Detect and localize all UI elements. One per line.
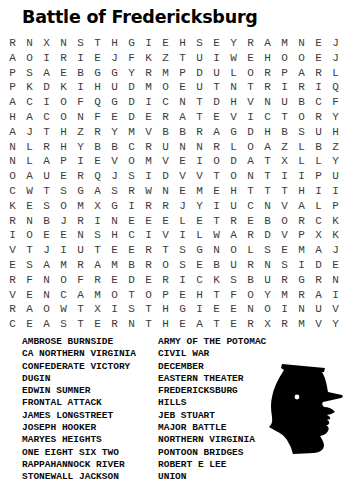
- grid-cell[interactable]: X: [89, 199, 106, 214]
- grid-cell[interactable]: K: [4, 199, 21, 214]
- grid-cell[interactable]: S: [72, 36, 89, 51]
- grid-cell[interactable]: S: [21, 258, 38, 273]
- grid-cell[interactable]: L: [327, 66, 344, 81]
- grid-cell[interactable]: U: [38, 169, 55, 184]
- grid-cell[interactable]: O: [140, 288, 157, 303]
- grid-cell[interactable]: R: [242, 36, 259, 51]
- grid-cell[interactable]: R: [55, 51, 72, 66]
- grid-cell[interactable]: H: [4, 110, 21, 125]
- grid-cell[interactable]: L: [225, 66, 242, 81]
- grid-cell[interactable]: N: [225, 80, 242, 95]
- grid-cell[interactable]: H: [191, 288, 208, 303]
- grid-cell[interactable]: J: [327, 51, 344, 66]
- grid-cell[interactable]: A: [4, 51, 21, 66]
- grid-cell[interactable]: U: [327, 169, 344, 184]
- grid-cell[interactable]: G: [106, 199, 123, 214]
- grid-cell[interactable]: O: [293, 110, 310, 125]
- grid-cell[interactable]: L: [293, 140, 310, 155]
- grid-cell[interactable]: I: [38, 51, 55, 66]
- grid-cell[interactable]: I: [89, 214, 106, 229]
- grid-cell[interactable]: X: [276, 154, 293, 169]
- grid-cell[interactable]: Z: [327, 140, 344, 155]
- grid-cell[interactable]: C: [123, 228, 140, 243]
- grid-cell[interactable]: W: [208, 228, 225, 243]
- grid-cell[interactable]: T: [259, 169, 276, 184]
- grid-cell[interactable]: R: [4, 214, 21, 229]
- grid-cell[interactable]: V: [310, 317, 327, 332]
- grid-cell[interactable]: B: [72, 66, 89, 81]
- grid-cell[interactable]: O: [293, 51, 310, 66]
- grid-cell[interactable]: R: [72, 214, 89, 229]
- grid-cell[interactable]: E: [208, 110, 225, 125]
- grid-cell[interactable]: D: [157, 169, 174, 184]
- grid-cell[interactable]: A: [38, 154, 55, 169]
- grid-cell[interactable]: H: [225, 184, 242, 199]
- grid-cell[interactable]: Y: [327, 317, 344, 332]
- grid-cell[interactable]: E: [191, 258, 208, 273]
- grid-cell[interactable]: E: [21, 199, 38, 214]
- grid-cell[interactable]: S: [21, 66, 38, 81]
- grid-cell[interactable]: F: [225, 288, 242, 303]
- grid-cell[interactable]: R: [140, 199, 157, 214]
- grid-cell[interactable]: D: [123, 80, 140, 95]
- grid-cell[interactable]: I: [208, 51, 225, 66]
- grid-cell[interactable]: S: [55, 184, 72, 199]
- grid-cell[interactable]: M: [293, 317, 310, 332]
- grid-cell[interactable]: I: [55, 243, 72, 258]
- grid-cell[interactable]: R: [140, 258, 157, 273]
- grid-cell[interactable]: E: [276, 243, 293, 258]
- grid-cell[interactable]: B: [157, 125, 174, 140]
- grid-cell[interactable]: W: [21, 184, 38, 199]
- grid-cell[interactable]: N: [242, 302, 259, 317]
- grid-cell[interactable]: I: [208, 199, 225, 214]
- grid-cell[interactable]: T: [208, 80, 225, 95]
- grid-cell[interactable]: A: [191, 317, 208, 332]
- grid-cell[interactable]: T: [157, 243, 174, 258]
- grid-cell[interactable]: T: [89, 36, 106, 51]
- grid-cell[interactable]: J: [21, 125, 38, 140]
- grid-cell[interactable]: I: [310, 184, 327, 199]
- grid-cell[interactable]: F: [72, 95, 89, 110]
- grid-cell[interactable]: S: [174, 258, 191, 273]
- grid-cell[interactable]: L: [293, 154, 310, 169]
- grid-cell[interactable]: S: [276, 258, 293, 273]
- grid-cell[interactable]: T: [276, 184, 293, 199]
- grid-cell[interactable]: V: [276, 228, 293, 243]
- grid-cell[interactable]: H: [327, 125, 344, 140]
- grid-cell[interactable]: A: [21, 110, 38, 125]
- grid-cell[interactable]: I: [174, 228, 191, 243]
- grid-cell[interactable]: T: [72, 302, 89, 317]
- grid-cell[interactable]: C: [191, 273, 208, 288]
- grid-cell[interactable]: M: [276, 288, 293, 303]
- grid-cell[interactable]: E: [55, 169, 72, 184]
- grid-cell[interactable]: Y: [259, 288, 276, 303]
- grid-cell[interactable]: T: [21, 243, 38, 258]
- grid-cell[interactable]: C: [123, 140, 140, 155]
- grid-cell[interactable]: C: [21, 95, 38, 110]
- grid-cell[interactable]: R: [242, 258, 259, 273]
- grid-cell[interactable]: T: [208, 214, 225, 229]
- grid-cell[interactable]: R: [4, 273, 21, 288]
- grid-cell[interactable]: C: [4, 317, 21, 332]
- grid-cell[interactable]: P: [293, 228, 310, 243]
- grid-cell[interactable]: C: [259, 110, 276, 125]
- grid-cell[interactable]: J: [55, 214, 72, 229]
- grid-cell[interactable]: I: [310, 80, 327, 95]
- grid-cell[interactable]: H: [157, 302, 174, 317]
- grid-cell[interactable]: Y: [327, 110, 344, 125]
- grid-cell[interactable]: U: [259, 273, 276, 288]
- grid-cell[interactable]: R: [140, 243, 157, 258]
- grid-cell[interactable]: O: [259, 302, 276, 317]
- grid-cell[interactable]: T: [242, 184, 259, 199]
- grid-cell[interactable]: E: [242, 51, 259, 66]
- grid-cell[interactable]: Y: [225, 36, 242, 51]
- grid-cell[interactable]: F: [327, 95, 344, 110]
- grid-cell[interactable]: E: [106, 110, 123, 125]
- grid-cell[interactable]: G: [72, 184, 89, 199]
- grid-cell[interactable]: V: [157, 228, 174, 243]
- grid-cell[interactable]: I: [72, 80, 89, 95]
- grid-cell[interactable]: I: [293, 258, 310, 273]
- grid-cell[interactable]: I: [72, 154, 89, 169]
- grid-cell[interactable]: J: [38, 243, 55, 258]
- grid-cell[interactable]: O: [55, 273, 72, 288]
- grid-cell[interactable]: R: [242, 317, 259, 332]
- grid-cell[interactable]: R: [157, 199, 174, 214]
- grid-cell[interactable]: L: [21, 140, 38, 155]
- grid-cell[interactable]: B: [259, 214, 276, 229]
- grid-cell[interactable]: E: [89, 51, 106, 66]
- grid-cell[interactable]: W: [140, 184, 157, 199]
- grid-cell[interactable]: N: [293, 302, 310, 317]
- grid-cell[interactable]: X: [89, 302, 106, 317]
- grid-cell[interactable]: F: [89, 110, 106, 125]
- grid-cell[interactable]: W: [55, 302, 72, 317]
- grid-cell[interactable]: C: [310, 214, 327, 229]
- grid-cell[interactable]: P: [276, 66, 293, 81]
- grid-cell[interactable]: E: [21, 288, 38, 303]
- grid-cell[interactable]: E: [191, 214, 208, 229]
- grid-cell[interactable]: B: [293, 95, 310, 110]
- grid-cell[interactable]: S: [38, 199, 55, 214]
- grid-cell[interactable]: N: [174, 95, 191, 110]
- grid-cell[interactable]: L: [21, 154, 38, 169]
- grid-cell[interactable]: I: [140, 36, 157, 51]
- grid-cell[interactable]: S: [123, 302, 140, 317]
- grid-cell[interactable]: K: [208, 273, 225, 288]
- grid-cell[interactable]: B: [89, 140, 106, 155]
- grid-cell[interactable]: I: [276, 80, 293, 95]
- grid-cell[interactable]: G: [106, 66, 123, 81]
- grid-cell[interactable]: M: [276, 36, 293, 51]
- grid-cell[interactable]: O: [276, 51, 293, 66]
- grid-cell[interactable]: D: [123, 95, 140, 110]
- grid-cell[interactable]: U: [225, 258, 242, 273]
- grid-cell[interactable]: N: [123, 317, 140, 332]
- grid-cell[interactable]: R: [72, 258, 89, 273]
- grid-cell[interactable]: E: [174, 154, 191, 169]
- grid-cell[interactable]: V: [276, 199, 293, 214]
- grid-cell[interactable]: K: [21, 80, 38, 95]
- grid-cell[interactable]: L: [174, 214, 191, 229]
- grid-cell[interactable]: I: [38, 95, 55, 110]
- grid-cell[interactable]: J: [327, 243, 344, 258]
- grid-cell[interactable]: R: [310, 110, 327, 125]
- grid-cell[interactable]: J: [174, 199, 191, 214]
- grid-cell[interactable]: O: [4, 169, 21, 184]
- grid-cell[interactable]: E: [208, 36, 225, 51]
- grid-cell[interactable]: R: [225, 214, 242, 229]
- grid-cell[interactable]: F: [123, 51, 140, 66]
- grid-cell[interactable]: D: [242, 125, 259, 140]
- grid-cell[interactable]: E: [140, 273, 157, 288]
- grid-cell[interactable]: Z: [276, 140, 293, 155]
- grid-cell[interactable]: R: [293, 288, 310, 303]
- grid-cell[interactable]: O: [55, 110, 72, 125]
- grid-cell[interactable]: E: [310, 36, 327, 51]
- grid-cell[interactable]: N: [38, 273, 55, 288]
- grid-cell[interactable]: C: [157, 95, 174, 110]
- grid-cell[interactable]: G: [293, 273, 310, 288]
- grid-cell[interactable]: R: [140, 66, 157, 81]
- grid-cell[interactable]: O: [242, 140, 259, 155]
- grid-cell[interactable]: R: [123, 184, 140, 199]
- grid-cell[interactable]: N: [191, 140, 208, 155]
- grid-cell[interactable]: M: [106, 258, 123, 273]
- grid-cell[interactable]: R: [140, 140, 157, 155]
- grid-cell[interactable]: S: [293, 125, 310, 140]
- grid-cell[interactable]: M: [157, 66, 174, 81]
- grid-cell[interactable]: V: [140, 125, 157, 140]
- grid-cell[interactable]: T: [38, 125, 55, 140]
- grid-cell[interactable]: N: [259, 95, 276, 110]
- grid-cell[interactable]: N: [208, 243, 225, 258]
- grid-cell[interactable]: O: [242, 66, 259, 81]
- grid-cell[interactable]: I: [276, 302, 293, 317]
- grid-cell[interactable]: E: [157, 214, 174, 229]
- grid-cell[interactable]: B: [310, 140, 327, 155]
- grid-cell[interactable]: A: [89, 184, 106, 199]
- grid-cell[interactable]: R: [276, 317, 293, 332]
- grid-cell[interactable]: E: [89, 317, 106, 332]
- grid-cell[interactable]: T: [38, 184, 55, 199]
- grid-cell[interactable]: H: [106, 36, 123, 51]
- grid-cell[interactable]: E: [21, 317, 38, 332]
- grid-cell[interactable]: H: [55, 140, 72, 155]
- grid-cell[interactable]: A: [89, 258, 106, 273]
- grid-cell[interactable]: E: [174, 184, 191, 199]
- grid-cell[interactable]: G: [89, 66, 106, 81]
- grid-cell[interactable]: U: [310, 302, 327, 317]
- grid-cell[interactable]: U: [225, 199, 242, 214]
- grid-cell[interactable]: P: [310, 169, 327, 184]
- grid-cell[interactable]: O: [225, 243, 242, 258]
- grid-cell[interactable]: P: [4, 66, 21, 81]
- grid-cell[interactable]: R: [106, 317, 123, 332]
- grid-cell[interactable]: N: [157, 184, 174, 199]
- grid-cell[interactable]: S: [89, 228, 106, 243]
- grid-cell[interactable]: M: [191, 184, 208, 199]
- grid-cell[interactable]: R: [276, 273, 293, 288]
- grid-cell[interactable]: N: [72, 228, 89, 243]
- grid-cell[interactable]: W: [225, 51, 242, 66]
- grid-cell[interactable]: Y: [72, 140, 89, 155]
- grid-cell[interactable]: Y: [327, 154, 344, 169]
- grid-cell[interactable]: V: [4, 243, 21, 258]
- grid-cell[interactable]: E: [140, 110, 157, 125]
- grid-cell[interactable]: T: [191, 95, 208, 110]
- grid-cell[interactable]: M: [72, 199, 89, 214]
- grid-cell[interactable]: O: [225, 169, 242, 184]
- grid-cell[interactable]: B: [174, 125, 191, 140]
- grid-cell[interactable]: O: [21, 51, 38, 66]
- grid-cell[interactable]: U: [276, 95, 293, 110]
- grid-cell[interactable]: P: [55, 154, 72, 169]
- grid-cell[interactable]: G: [123, 36, 140, 51]
- grid-cell[interactable]: E: [89, 154, 106, 169]
- grid-cell[interactable]: A: [208, 125, 225, 140]
- grid-cell[interactable]: R: [4, 36, 21, 51]
- grid-cell[interactable]: O: [55, 199, 72, 214]
- grid-cell[interactable]: S: [174, 243, 191, 258]
- grid-cell[interactable]: R: [157, 273, 174, 288]
- grid-cell[interactable]: E: [208, 302, 225, 317]
- grid-cell[interactable]: T: [89, 243, 106, 258]
- grid-cell[interactable]: V: [157, 154, 174, 169]
- grid-cell[interactable]: A: [21, 302, 38, 317]
- grid-cell[interactable]: G: [106, 95, 123, 110]
- grid-cell[interactable]: I: [242, 110, 259, 125]
- grid-cell[interactable]: U: [72, 243, 89, 258]
- grid-cell[interactable]: D: [225, 154, 242, 169]
- grid-cell[interactable]: L: [310, 154, 327, 169]
- grid-cell[interactable]: R: [293, 80, 310, 95]
- grid-cell[interactable]: J: [106, 51, 123, 66]
- grid-cell[interactable]: J: [106, 169, 123, 184]
- grid-cell[interactable]: A: [4, 95, 21, 110]
- grid-cell[interactable]: I: [174, 273, 191, 288]
- grid-cell[interactable]: U: [310, 125, 327, 140]
- grid-cell[interactable]: Y: [123, 66, 140, 81]
- grid-cell[interactable]: I: [140, 228, 157, 243]
- grid-cell[interactable]: R: [72, 169, 89, 184]
- grid-cell[interactable]: C: [55, 288, 72, 303]
- grid-cell[interactable]: C: [4, 184, 21, 199]
- grid-cell[interactable]: D: [38, 80, 55, 95]
- grid-cell[interactable]: B: [38, 214, 55, 229]
- grid-cell[interactable]: B: [242, 273, 259, 288]
- grid-cell[interactable]: S: [55, 317, 72, 332]
- grid-cell[interactable]: P: [4, 80, 21, 95]
- grid-cell[interactable]: O: [123, 154, 140, 169]
- grid-cell[interactable]: O: [157, 258, 174, 273]
- grid-cell[interactable]: R: [310, 66, 327, 81]
- grid-cell[interactable]: I: [140, 95, 157, 110]
- grid-cell[interactable]: T: [140, 317, 157, 332]
- grid-cell[interactable]: O: [55, 95, 72, 110]
- grid-cell[interactable]: V: [327, 302, 344, 317]
- grid-cell[interactable]: R: [259, 66, 276, 81]
- grid-cell[interactable]: D: [191, 66, 208, 81]
- grid-cell[interactable]: A: [293, 66, 310, 81]
- grid-cell[interactable]: I: [140, 169, 157, 184]
- grid-cell[interactable]: T: [191, 110, 208, 125]
- grid-cell[interactable]: X: [259, 317, 276, 332]
- grid-cell[interactable]: Z: [157, 51, 174, 66]
- grid-cell[interactable]: N: [106, 214, 123, 229]
- grid-cell[interactable]: R: [89, 125, 106, 140]
- grid-cell[interactable]: T: [242, 80, 259, 95]
- grid-cell[interactable]: I: [123, 199, 140, 214]
- grid-cell[interactable]: V: [225, 110, 242, 125]
- grid-cell[interactable]: N: [293, 36, 310, 51]
- grid-cell[interactable]: O: [208, 154, 225, 169]
- grid-cell[interactable]: M: [123, 125, 140, 140]
- grid-cell[interactable]: M: [293, 243, 310, 258]
- grid-cell[interactable]: E: [174, 80, 191, 95]
- grid-cell[interactable]: K: [140, 51, 157, 66]
- grid-cell[interactable]: C: [242, 199, 259, 214]
- grid-cell[interactable]: I: [4, 228, 21, 243]
- grid-cell[interactable]: L: [191, 228, 208, 243]
- grid-cell[interactable]: R: [191, 125, 208, 140]
- grid-cell[interactable]: P: [327, 199, 344, 214]
- grid-cell[interactable]: O: [21, 228, 38, 243]
- grid-cell[interactable]: A: [293, 199, 310, 214]
- grid-cell[interactable]: L: [242, 243, 259, 258]
- grid-cell[interactable]: E: [174, 317, 191, 332]
- grid-cell[interactable]: X: [38, 36, 55, 51]
- grid-cell[interactable]: C: [310, 95, 327, 110]
- grid-cell[interactable]: E: [225, 317, 242, 332]
- grid-cell[interactable]: N: [259, 199, 276, 214]
- grid-cell[interactable]: N: [4, 154, 21, 169]
- grid-cell[interactable]: D: [259, 228, 276, 243]
- grid-cell[interactable]: A: [21, 169, 38, 184]
- grid-cell[interactable]: D: [310, 258, 327, 273]
- grid-cell[interactable]: E: [174, 288, 191, 303]
- grid-cell[interactable]: C: [38, 110, 55, 125]
- grid-cell[interactable]: R: [208, 140, 225, 155]
- grid-cell[interactable]: H: [55, 125, 72, 140]
- grid-cell[interactable]: I: [276, 169, 293, 184]
- grid-cell[interactable]: N: [174, 140, 191, 155]
- grid-cell[interactable]: S: [123, 169, 140, 184]
- grid-cell[interactable]: H: [157, 317, 174, 332]
- grid-cell[interactable]: N: [72, 110, 89, 125]
- grid-cell[interactable]: A: [38, 317, 55, 332]
- grid-cell[interactable]: H: [259, 51, 276, 66]
- grid-cell[interactable]: S: [225, 273, 242, 288]
- grid-cell[interactable]: V: [191, 169, 208, 184]
- grid-cell[interactable]: I: [327, 288, 344, 303]
- grid-cell[interactable]: B: [276, 125, 293, 140]
- grid-cell[interactable]: I: [191, 302, 208, 317]
- grid-cell[interactable]: H: [106, 228, 123, 243]
- grid-cell[interactable]: J: [327, 36, 344, 51]
- grid-cell[interactable]: D: [123, 273, 140, 288]
- grid-cell[interactable]: G: [225, 125, 242, 140]
- grid-cell[interactable]: E: [123, 243, 140, 258]
- grid-cell[interactable]: E: [106, 243, 123, 258]
- grid-cell[interactable]: T: [276, 110, 293, 125]
- grid-cell[interactable]: A: [38, 66, 55, 81]
- grid-cell[interactable]: Z: [72, 125, 89, 140]
- grid-cell[interactable]: T: [259, 154, 276, 169]
